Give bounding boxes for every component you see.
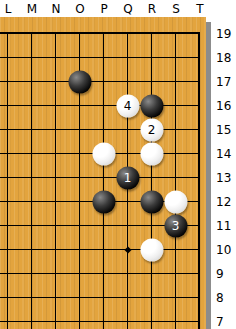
- grid-line-row-15: [0, 129, 200, 130]
- column-label-S: S: [172, 1, 180, 17]
- white-stone-P14[interactable]: [92, 142, 115, 165]
- grid-line-row-9: [0, 273, 200, 274]
- row-label-16: 16: [216, 99, 236, 113]
- black-stone-R12[interactable]: [140, 190, 163, 213]
- grid-line-row-7: [0, 321, 200, 322]
- grid-line-col-T: [198, 32, 200, 329]
- board-shadow: [206, 22, 211, 329]
- row-label-9: 9: [216, 267, 236, 281]
- column-label-R: R: [148, 1, 156, 17]
- row-label-14: 14: [216, 147, 236, 161]
- grid-line-row-17: [0, 81, 200, 82]
- row-label-19: 19: [216, 27, 236, 41]
- white-stone-Q16[interactable]: 4: [116, 94, 139, 117]
- column-label-P: P: [100, 1, 107, 17]
- grid-line-col-N: [55, 32, 56, 329]
- grid-line-col-L: [7, 32, 8, 329]
- grid-line-col-R: [151, 32, 152, 329]
- grid-line-row-16: [0, 105, 200, 106]
- white-stone-R14[interactable]: [140, 142, 163, 165]
- black-stone-Q13[interactable]: 1: [116, 166, 139, 189]
- column-label-M: M: [27, 1, 37, 17]
- row-label-17: 17: [216, 75, 236, 89]
- grid-line-row-19: [0, 32, 200, 34]
- grid-line-row-8: [0, 297, 200, 298]
- row-label-8: 8: [216, 291, 236, 305]
- row-label-12: 12: [216, 195, 236, 209]
- grid-line-col-P: [103, 32, 104, 329]
- grid-line-row-10: [0, 249, 200, 250]
- column-label-Q: Q: [123, 1, 132, 17]
- black-stone-R16[interactable]: [140, 94, 163, 117]
- column-label-T: T: [196, 1, 203, 17]
- grid-line-row-18: [0, 57, 200, 58]
- column-label-N: N: [52, 1, 61, 17]
- row-label-7: 7: [216, 315, 236, 329]
- move-number-label: 4: [124, 99, 132, 113]
- grid-line-row-13: [0, 177, 200, 178]
- move-number-label: 1: [124, 171, 132, 185]
- row-label-10: 10: [216, 243, 236, 257]
- grid-line-col-M: [31, 32, 32, 329]
- black-stone-S11[interactable]: 3: [164, 214, 187, 237]
- black-stone-P12[interactable]: [92, 190, 115, 213]
- row-label-13: 13: [216, 171, 236, 185]
- row-label-15: 15: [216, 123, 236, 137]
- black-stone-O17[interactable]: [68, 70, 91, 93]
- move-number-label: 2: [148, 123, 156, 137]
- white-stone-R15[interactable]: 2: [140, 118, 163, 141]
- row-label-18: 18: [216, 51, 236, 65]
- move-number-label: 3: [172, 219, 180, 233]
- white-stone-S12[interactable]: [164, 190, 187, 213]
- column-label-O: O: [75, 1, 84, 17]
- column-label-L: L: [5, 1, 12, 17]
- go-diagram-screen: LMNOPQRST19181716151413121110987 4213: [0, 0, 236, 329]
- row-label-11: 11: [216, 219, 236, 233]
- grid-line-col-S: [175, 32, 176, 329]
- white-stone-R10[interactable]: [140, 238, 163, 261]
